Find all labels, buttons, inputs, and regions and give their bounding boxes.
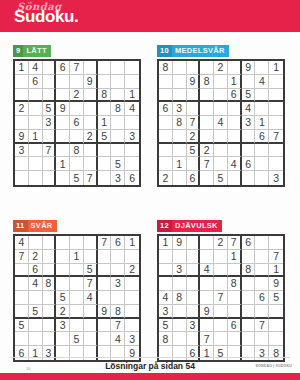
cell-r1c3 <box>43 236 57 250</box>
cell-r4c8: 3 <box>111 277 125 291</box>
cell-r9c2 <box>173 171 187 185</box>
cell-r8c5 <box>214 332 228 346</box>
cell-r6c6 <box>228 305 242 319</box>
difficulty-badge: 12 DJÄVULSK <box>157 220 222 232</box>
cell-r1c3 <box>187 61 201 75</box>
cell-r3c2 <box>173 89 187 103</box>
cell-r1c5: 7 <box>70 61 84 75</box>
cell-r2c6: 1 <box>228 250 242 264</box>
cell-r6c7: 5 <box>98 130 112 144</box>
cell-r5c5 <box>70 291 84 305</box>
cell-r4c4: 9 <box>56 102 70 116</box>
cell-r2c3: 9 <box>187 75 201 89</box>
cell-r4c4 <box>56 277 70 291</box>
cell-r7c5 <box>214 144 228 158</box>
cell-r3c9: 1 <box>125 89 139 103</box>
cell-r5c5: 4 <box>214 116 228 130</box>
cell-r5c1 <box>15 116 29 130</box>
bottom-red-bar <box>0 373 300 380</box>
cell-r2c2 <box>173 250 187 264</box>
cell-r9c1 <box>15 171 29 185</box>
cell-r8c8 <box>255 157 269 171</box>
difficulty-label: LÄTT <box>26 45 46 57</box>
cell-r1c9 <box>125 61 139 75</box>
difficulty-badge: 9 LÄTT <box>13 45 51 57</box>
puzzle-11-svar: 11 SVÅR 476172165248735452985375436139 <box>13 214 141 362</box>
cell-r1c1: 8 <box>159 61 173 75</box>
cell-r4c1 <box>159 277 173 291</box>
cell-r7c9 <box>269 144 283 158</box>
cell-r6c5 <box>214 130 228 144</box>
cell-r2c9 <box>269 75 283 89</box>
cell-r2c1: 7 <box>15 250 29 264</box>
cell-r1c9: 1 <box>125 236 139 250</box>
cell-r8c6 <box>84 332 98 346</box>
cell-r1c8: 6 <box>111 236 125 250</box>
cell-r4c5 <box>70 277 84 291</box>
cell-r2c9: 7 <box>269 250 283 264</box>
cell-r8c9 <box>125 157 139 171</box>
page-number: 10 <box>26 366 30 371</box>
cell-r6c1 <box>15 305 29 319</box>
cell-r5c3: 3 <box>43 116 57 130</box>
cell-r7c3 <box>43 319 57 333</box>
cell-r3c7 <box>98 264 112 278</box>
cell-r8c4: 1 <box>56 157 70 171</box>
cell-r3c7: 8 <box>98 89 112 103</box>
cell-r1c5: 2 <box>214 236 228 250</box>
cell-r1c7: 7 <box>98 236 112 250</box>
cell-r3c5 <box>214 264 228 278</box>
cell-r5c6: 4 <box>84 291 98 305</box>
cell-r3c8 <box>255 264 269 278</box>
cell-r8c3 <box>187 157 201 171</box>
cell-r8c8 <box>255 332 269 346</box>
cell-r7c5: 8 <box>70 144 84 158</box>
cell-r6c9 <box>125 305 139 319</box>
cell-r9c9: 6 <box>125 171 139 185</box>
cell-r6c4: 9 <box>200 305 214 319</box>
difficulty-label: SVÅR <box>31 220 53 232</box>
cell-r8c3 <box>43 157 57 171</box>
cell-r4c4 <box>200 277 214 291</box>
cell-r5c7 <box>242 291 256 305</box>
cell-r6c1: 3 <box>159 305 173 319</box>
cell-r7c7 <box>242 319 256 333</box>
cell-r7c7 <box>98 319 112 333</box>
cell-r2c1 <box>159 250 173 264</box>
cell-r5c8 <box>111 291 125 305</box>
cell-r6c8 <box>111 130 125 144</box>
cell-r4c9 <box>269 102 283 116</box>
cell-r3c7: 5 <box>242 89 256 103</box>
cell-r3c4 <box>56 264 70 278</box>
puzzle-number: 9 <box>13 45 23 57</box>
cell-r7c5 <box>214 319 228 333</box>
cell-r2c8: 4 <box>255 75 269 89</box>
cell-r4c1 <box>15 277 29 291</box>
puzzle-12-djavulsk: 12 DJÄVULSK 1927617348189487653953678761… <box>157 214 285 362</box>
cell-r2c6: 9 <box>84 75 98 89</box>
masthead: Söndag Sudoku. <box>0 0 300 32</box>
cell-r1c7: 6 <box>242 236 256 250</box>
cell-r5c8: 6 <box>255 291 269 305</box>
cell-r5c7: 1 <box>98 116 112 130</box>
cell-r5c2 <box>29 291 43 305</box>
cell-r5c1: 4 <box>159 291 173 305</box>
cell-r2c4 <box>56 75 70 89</box>
cell-r7c1: 3 <box>15 144 29 158</box>
cell-r3c2 <box>29 89 43 103</box>
cell-r8c6: 4 <box>228 157 242 171</box>
cell-r4c7: 4 <box>242 102 256 116</box>
cell-r6c2 <box>173 305 187 319</box>
cell-r3c7: 8 <box>242 264 256 278</box>
cell-r5c4 <box>56 116 70 130</box>
cell-r1c6 <box>228 61 242 75</box>
cell-r4c1: 6 <box>159 102 173 116</box>
cell-r4c3 <box>187 277 201 291</box>
cell-r8c8: 4 <box>111 332 125 346</box>
cell-r4c6: 8 <box>228 277 242 291</box>
cell-r7c2 <box>29 319 43 333</box>
cell-r1c2: 4 <box>29 61 43 75</box>
cell-r4c6 <box>228 102 242 116</box>
cell-r9c4 <box>56 171 70 185</box>
cell-r5c4: 5 <box>56 291 70 305</box>
cell-r5c4 <box>200 291 214 305</box>
cell-r1c9 <box>269 236 283 250</box>
cell-r7c9 <box>125 319 139 333</box>
cell-r5c9 <box>125 291 139 305</box>
cell-r8c1: 8 <box>159 332 173 346</box>
cell-r9c6: 7 <box>84 171 98 185</box>
cell-r8c5: 5 <box>70 332 84 346</box>
cell-r3c2: 6 <box>29 264 43 278</box>
cell-r7c1 <box>159 144 173 158</box>
cell-r3c6 <box>228 264 242 278</box>
cell-r7c8: 7 <box>111 319 125 333</box>
cell-r6c3 <box>43 305 57 319</box>
cell-r7c2 <box>29 144 43 158</box>
cell-r5c6 <box>84 116 98 130</box>
cell-r4c1: 2 <box>15 102 29 116</box>
cell-r6c5 <box>70 130 84 144</box>
cell-r7c2 <box>173 319 187 333</box>
cell-r3c1 <box>15 89 29 103</box>
cell-r5c7 <box>98 291 112 305</box>
cell-r7c8 <box>111 144 125 158</box>
cell-r8c9 <box>269 157 283 171</box>
cell-r8c2 <box>29 332 43 346</box>
cell-r9c3: 6 <box>187 171 201 185</box>
cell-r1c4 <box>200 61 214 75</box>
difficulty-label: DJÄVULSK <box>175 220 218 232</box>
cell-r7c5 <box>70 319 84 333</box>
cell-r3c8 <box>255 89 269 103</box>
cell-r5c6 <box>228 291 242 305</box>
cell-r8c1 <box>159 157 173 171</box>
cell-r1c7: 9 <box>242 61 256 75</box>
cell-r6c4 <box>56 130 70 144</box>
cell-r7c6 <box>228 144 242 158</box>
cell-r9c7 <box>98 171 112 185</box>
sudoku-board-10: 8291981465634874312675217462653 <box>157 59 285 187</box>
cell-r2c6 <box>84 250 98 264</box>
cell-r4c9: 9 <box>269 277 283 291</box>
cell-r6c9 <box>269 305 283 319</box>
cell-r3c3 <box>43 89 57 103</box>
sudoku-logo: Söndag Sudoku. <box>14 2 78 25</box>
cell-r9c1: 2 <box>159 171 173 185</box>
cell-r1c1: 1 <box>159 236 173 250</box>
cell-r4c5 <box>214 277 228 291</box>
cell-r4c3: 8 <box>43 277 57 291</box>
cell-r3c5 <box>214 89 228 103</box>
puzzle-grid-area: 9 LÄTT 1467692812598436191253378155736 1… <box>13 39 285 362</box>
cell-r3c5 <box>70 264 84 278</box>
cell-r3c9: 2 <box>125 264 139 278</box>
cell-r5c2 <box>29 116 43 130</box>
cell-r2c9 <box>125 75 139 89</box>
cell-r6c8: 8 <box>111 305 125 319</box>
cell-r5c4 <box>200 116 214 130</box>
cell-r1c8 <box>255 61 269 75</box>
cell-r7c4: 2 <box>200 144 214 158</box>
cell-r8c3 <box>43 332 57 346</box>
cell-r3c6: 6 <box>228 89 242 103</box>
cell-r7c6: 6 <box>228 319 242 333</box>
cell-r8c8: 5 <box>111 157 125 171</box>
cell-r1c6: 7 <box>228 236 242 250</box>
cell-r5c9 <box>125 116 139 130</box>
cell-r9c4 <box>200 171 214 185</box>
cell-r6c2: 5 <box>29 305 43 319</box>
cell-r1c3 <box>187 236 201 250</box>
cell-r9c3 <box>43 171 57 185</box>
cell-r4c7 <box>98 277 112 291</box>
cell-r2c1 <box>159 75 173 89</box>
cell-r5c8 <box>111 116 125 130</box>
cell-r4c2: 3 <box>173 102 187 116</box>
cell-r7c8: 7 <box>255 319 269 333</box>
cell-r6c6 <box>84 305 98 319</box>
cell-r9c5: 5 <box>70 171 84 185</box>
cell-r4c9 <box>125 277 139 291</box>
cell-r5c8: 1 <box>255 116 269 130</box>
cell-r3c3 <box>187 89 201 103</box>
cell-r3c5: 2 <box>70 89 84 103</box>
cell-r5c1 <box>15 291 29 305</box>
cell-r9c2 <box>29 171 43 185</box>
cell-r3c8 <box>111 89 125 103</box>
cell-r4c5 <box>214 102 228 116</box>
cell-r2c3 <box>187 250 201 264</box>
cell-r6c4: 2 <box>56 305 70 319</box>
cell-r4c5 <box>70 102 84 116</box>
cell-r1c3 <box>43 61 57 75</box>
cell-r3c2: 3 <box>173 264 187 278</box>
cell-r1c2 <box>173 61 187 75</box>
cell-r2c6: 1 <box>228 75 242 89</box>
cell-r5c3: 7 <box>187 116 201 130</box>
cell-r7c9 <box>269 319 283 333</box>
sudoku-board-12: 1927617348189487653953678761538 <box>157 234 285 362</box>
cell-r9c8: 3 <box>111 171 125 185</box>
cell-r7c4 <box>56 144 70 158</box>
cell-r6c3 <box>43 130 57 144</box>
cell-r2c5: 1 <box>70 250 84 264</box>
cell-r1c2: 9 <box>173 236 187 250</box>
cell-r3c6 <box>84 89 98 103</box>
cell-r3c4: 4 <box>200 264 214 278</box>
cell-r1c1: 4 <box>15 236 29 250</box>
cell-r9c5: 5 <box>214 171 228 185</box>
cell-r6c3 <box>187 305 201 319</box>
cell-r2c8 <box>111 250 125 264</box>
cell-r2c2 <box>173 75 187 89</box>
cell-r5c9: 5 <box>269 291 283 305</box>
cell-r2c5 <box>70 75 84 89</box>
cell-r6c1: 9 <box>15 130 29 144</box>
sudoku-board-11: 476172165248735452985375436139 <box>13 234 141 362</box>
cell-r6c2 <box>173 130 187 144</box>
cell-r5c1 <box>159 116 173 130</box>
cell-r6c6 <box>228 130 242 144</box>
cell-r2c1 <box>15 75 29 89</box>
cell-r2c7 <box>98 250 112 264</box>
cell-r2c7 <box>98 75 112 89</box>
cell-r5c7: 3 <box>242 116 256 130</box>
sudoku-board-9: 1467692812598436191253378155736 <box>13 59 141 187</box>
cell-r7c3: 5 <box>187 144 201 158</box>
cell-r2c4 <box>200 250 214 264</box>
cell-r3c4 <box>56 89 70 103</box>
cell-r3c9: 1 <box>269 264 283 278</box>
puzzle-9-latt: 9 LÄTT 1467692812598436191253378155736 <box>13 39 141 187</box>
cell-r3c8 <box>111 264 125 278</box>
cell-r1c9: 1 <box>269 61 283 75</box>
corner-text: SÖNDAG | SUDOKU <box>256 364 292 368</box>
cell-r2c8 <box>255 250 269 264</box>
cell-r8c7 <box>242 332 256 346</box>
cell-r7c6 <box>84 144 98 158</box>
cell-r4c7 <box>98 102 112 116</box>
cell-r8c6 <box>84 157 98 171</box>
cell-r6c5 <box>214 305 228 319</box>
cell-r5c5: 7 <box>214 291 228 305</box>
cell-r6c8 <box>255 305 269 319</box>
cell-r8c6 <box>228 332 242 346</box>
cell-r7c6 <box>84 319 98 333</box>
cell-r4c2 <box>173 277 187 291</box>
cell-r4c6: 7 <box>84 277 98 291</box>
cell-r4c8: 8 <box>111 102 125 116</box>
cell-r9c8 <box>255 171 269 185</box>
cell-r8c5 <box>70 157 84 171</box>
cell-r5c5: 6 <box>70 116 84 130</box>
cell-r5c2: 8 <box>173 116 187 130</box>
cell-r9c6 <box>228 171 242 185</box>
cell-r2c5 <box>214 250 228 264</box>
cell-r8c7 <box>98 157 112 171</box>
cell-r4c8 <box>255 277 269 291</box>
cell-r2c4 <box>56 250 70 264</box>
cell-r4c3 <box>187 102 201 116</box>
cell-r6c4 <box>200 130 214 144</box>
cell-r2c8 <box>111 75 125 89</box>
cell-r1c2 <box>29 236 43 250</box>
cell-r1c7 <box>98 61 112 75</box>
cell-r8c4: 7 <box>200 332 214 346</box>
cell-r7c2 <box>173 144 187 158</box>
cell-r1c4 <box>200 236 214 250</box>
cell-r3c9 <box>269 89 283 103</box>
cell-r8c2 <box>173 332 187 346</box>
cell-r2c5 <box>214 75 228 89</box>
cell-r8c5 <box>214 157 228 171</box>
cell-r6c6: 2 <box>84 130 98 144</box>
cell-r8c3 <box>187 332 201 346</box>
cell-r3c1 <box>159 89 173 103</box>
cell-r1c4 <box>56 236 70 250</box>
cell-r4c2: 4 <box>29 277 43 291</box>
difficulty-badge: 11 SVÅR <box>13 220 57 232</box>
cell-r4c6 <box>84 102 98 116</box>
cell-r3c6: 5 <box>84 264 98 278</box>
cell-r6c9: 7 <box>269 130 283 144</box>
logo-script-text: Söndag <box>17 2 78 12</box>
cell-r6c8: 6 <box>255 130 269 144</box>
cell-r6c5 <box>70 305 84 319</box>
cell-r8c1 <box>15 332 29 346</box>
cell-r8c7: 6 <box>242 157 256 171</box>
puzzle-10-medelsvar: 10 MEDELSVÅR 829198146563487431267521746… <box>157 39 285 187</box>
cell-r7c4: 3 <box>56 319 70 333</box>
cell-r1c1: 1 <box>15 61 29 75</box>
cell-r7c1: 5 <box>159 319 173 333</box>
cell-r6c3: 2 <box>187 130 201 144</box>
cell-r6c7 <box>242 130 256 144</box>
cell-r1c4: 6 <box>56 61 70 75</box>
cell-r1c8 <box>255 236 269 250</box>
cell-r7c3: 3 <box>187 319 201 333</box>
cell-r8c2 <box>29 157 43 171</box>
cell-r4c9: 4 <box>125 102 139 116</box>
cell-r5c6 <box>228 116 242 130</box>
cell-r3c1 <box>15 264 29 278</box>
cell-r2c7 <box>242 75 256 89</box>
cell-r1c8 <box>111 61 125 75</box>
cell-r7c1: 5 <box>15 319 29 333</box>
puzzle-number: 11 <box>13 220 28 232</box>
cell-r4c8 <box>255 102 269 116</box>
cell-r3c1 <box>159 264 173 278</box>
footer-divider <box>10 357 290 358</box>
cell-r4c2 <box>29 102 43 116</box>
cell-r2c3 <box>43 250 57 264</box>
cell-r3c3 <box>43 264 57 278</box>
cell-r2c2: 6 <box>29 75 43 89</box>
cell-r8c1 <box>15 157 29 171</box>
cell-r4c3: 5 <box>43 102 57 116</box>
cell-r2c3 <box>43 75 57 89</box>
cell-r5c3 <box>43 291 57 305</box>
cell-r7c9 <box>125 144 139 158</box>
cell-r7c7 <box>98 144 112 158</box>
cell-r8c9: 3 <box>125 332 139 346</box>
puzzle-number: 10 <box>157 45 172 57</box>
